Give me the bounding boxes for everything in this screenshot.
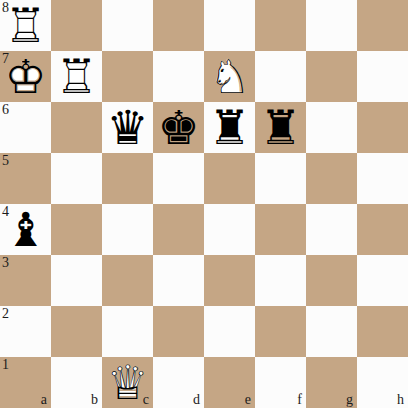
square-b2[interactable]	[51, 306, 102, 357]
square-b8[interactable]	[51, 0, 102, 51]
square-d1[interactable]: d	[153, 357, 204, 408]
square-f7[interactable]	[255, 51, 306, 102]
white-rook[interactable]: ♜♖	[51, 51, 102, 102]
square-g6[interactable]	[306, 102, 357, 153]
white-knight-glyph: ♘	[204, 51, 255, 102]
square-h5[interactable]	[357, 153, 408, 204]
square-c5[interactable]	[102, 153, 153, 204]
square-e3[interactable]	[204, 255, 255, 306]
file-label-g: g	[346, 393, 353, 407]
black-king-glyph: ♚	[153, 102, 204, 153]
file-label-h: h	[397, 393, 404, 407]
square-c3[interactable]	[102, 255, 153, 306]
square-h2[interactable]	[357, 306, 408, 357]
file-label-e: e	[245, 393, 251, 407]
square-b6[interactable]	[51, 102, 102, 153]
square-h7[interactable]	[357, 51, 408, 102]
square-f6[interactable]: ♜	[255, 102, 306, 153]
square-d4[interactable]	[153, 204, 204, 255]
file-label-c: c	[143, 393, 149, 407]
file-label-d: d	[193, 393, 200, 407]
square-g7[interactable]	[306, 51, 357, 102]
square-b3[interactable]	[51, 255, 102, 306]
square-c7[interactable]	[102, 51, 153, 102]
square-g2[interactable]	[306, 306, 357, 357]
black-rook-glyph: ♜	[255, 102, 306, 153]
square-g3[interactable]	[306, 255, 357, 306]
square-a1[interactable]: 1a	[0, 357, 51, 408]
rank-label-4: 4	[2, 205, 9, 219]
square-c6[interactable]: ♛	[102, 102, 153, 153]
square-f5[interactable]	[255, 153, 306, 204]
square-a7[interactable]: 7♚♔	[0, 51, 51, 102]
square-b5[interactable]	[51, 153, 102, 204]
file-label-f: f	[297, 393, 302, 407]
square-d2[interactable]	[153, 306, 204, 357]
square-c4[interactable]	[102, 204, 153, 255]
rank-label-3: 3	[2, 256, 9, 270]
square-g4[interactable]	[306, 204, 357, 255]
square-d3[interactable]	[153, 255, 204, 306]
rank-label-6: 6	[2, 103, 9, 117]
square-a4[interactable]: 4♝	[0, 204, 51, 255]
square-h4[interactable]	[357, 204, 408, 255]
black-queen[interactable]: ♛	[102, 102, 153, 153]
rank-label-5: 5	[2, 154, 9, 168]
square-f4[interactable]	[255, 204, 306, 255]
square-a3[interactable]: 3	[0, 255, 51, 306]
square-f1[interactable]: f	[255, 357, 306, 408]
square-a2[interactable]: 2	[0, 306, 51, 357]
white-rook-glyph: ♖	[51, 51, 102, 102]
file-label-b: b	[91, 393, 98, 407]
white-knight[interactable]: ♞♘	[204, 51, 255, 102]
square-g8[interactable]	[306, 0, 357, 51]
black-rook[interactable]: ♜	[204, 102, 255, 153]
square-f3[interactable]	[255, 255, 306, 306]
square-e2[interactable]	[204, 306, 255, 357]
rank-label-8: 8	[2, 1, 9, 15]
square-a5[interactable]: 5	[0, 153, 51, 204]
square-e1[interactable]: e	[204, 357, 255, 408]
square-b7[interactable]: ♜♖	[51, 51, 102, 102]
square-a8[interactable]: 8♜♖	[0, 0, 51, 51]
rank-label-7: 7	[2, 52, 9, 66]
square-c1[interactable]: c♛♕	[102, 357, 153, 408]
square-e5[interactable]	[204, 153, 255, 204]
square-h3[interactable]	[357, 255, 408, 306]
square-d7[interactable]	[153, 51, 204, 102]
black-king[interactable]: ♚	[153, 102, 204, 153]
square-g1[interactable]: g	[306, 357, 357, 408]
square-g5[interactable]	[306, 153, 357, 204]
square-b4[interactable]	[51, 204, 102, 255]
square-f8[interactable]	[255, 0, 306, 51]
square-c2[interactable]	[102, 306, 153, 357]
square-b1[interactable]: b	[51, 357, 102, 408]
file-label-a: a	[41, 393, 47, 407]
square-e4[interactable]	[204, 204, 255, 255]
square-f2[interactable]	[255, 306, 306, 357]
square-d6[interactable]: ♚	[153, 102, 204, 153]
square-e8[interactable]	[204, 0, 255, 51]
square-d5[interactable]	[153, 153, 204, 204]
square-h1[interactable]: h	[357, 357, 408, 408]
black-rook-glyph: ♜	[204, 102, 255, 153]
black-rook[interactable]: ♜	[255, 102, 306, 153]
square-h8[interactable]	[357, 0, 408, 51]
square-c8[interactable]	[102, 0, 153, 51]
square-e7[interactable]: ♞♘	[204, 51, 255, 102]
square-e6[interactable]: ♜	[204, 102, 255, 153]
black-queen-glyph: ♛	[102, 102, 153, 153]
square-a6[interactable]: 6	[0, 102, 51, 153]
rank-label-1: 1	[2, 358, 9, 372]
square-h6[interactable]	[357, 102, 408, 153]
rank-label-2: 2	[2, 307, 9, 321]
chess-board: 8♜♖7♚♔♜♖♞♘6♛♚♜♜54♝321abc♛♕defgh	[0, 0, 408, 408]
square-d8[interactable]	[153, 0, 204, 51]
